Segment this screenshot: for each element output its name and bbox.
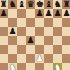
piece-black-bishop[interactable]: ♝ (44, 0, 53, 9)
square-e5[interactable] (35, 27, 44, 36)
square-e8[interactable]: ♚ (35, 0, 44, 9)
piece-black-pawn[interactable]: ♟ (53, 9, 62, 18)
square-b2[interactable] (8, 54, 17, 63)
piece-black-knight[interactable]: ♞ (53, 0, 62, 9)
square-g3[interactable] (53, 45, 62, 54)
piece-black-pawn[interactable]: ♟ (0, 9, 8, 18)
square-c2[interactable] (17, 54, 26, 63)
piece-black-rook[interactable]: ♜ (0, 0, 8, 9)
square-f5[interactable] (44, 27, 53, 36)
square-e6[interactable] (35, 18, 44, 27)
piece-white-knight[interactable]: ♞ (8, 63, 17, 70)
piece-black-pawn[interactable]: ♟ (44, 9, 53, 18)
square-a7[interactable]: ♟ (0, 9, 8, 18)
piece-black-pawn[interactable]: ♟ (8, 27, 17, 36)
square-a4[interactable] (0, 36, 8, 45)
piece-black-queen[interactable]: ♛ (26, 0, 35, 9)
square-d6[interactable] (26, 18, 35, 27)
square-f6[interactable] (44, 18, 53, 27)
square-a6[interactable] (0, 18, 8, 27)
square-h7[interactable]: ♟ (62, 9, 70, 18)
square-h5[interactable] (62, 27, 70, 36)
square-e4[interactable] (35, 36, 44, 45)
square-c8[interactable]: ♝ (17, 0, 26, 9)
piece-black-pawn[interactable]: ♟ (62, 9, 70, 18)
square-c3[interactable] (17, 45, 26, 54)
square-g8[interactable]: ♞ (53, 0, 62, 9)
square-b5[interactable]: ♟ (8, 27, 17, 36)
piece-black-king[interactable]: ♚ (35, 0, 44, 9)
square-h1[interactable] (62, 63, 70, 70)
square-g1[interactable]: ♞ (53, 63, 62, 70)
square-d1[interactable] (26, 63, 35, 70)
square-a8[interactable]: ♜ (0, 0, 8, 9)
square-c1[interactable] (17, 63, 26, 70)
square-h8[interactable]: ♜ (62, 0, 70, 9)
piece-white-pawn[interactable]: ♟ (35, 54, 44, 63)
square-d7[interactable] (26, 9, 35, 18)
square-b8[interactable]: ♞ (8, 0, 17, 9)
square-a2[interactable] (0, 54, 8, 63)
square-b4[interactable] (8, 36, 17, 45)
square-d2[interactable] (26, 54, 35, 63)
piece-white-knight[interactable]: ♞ (53, 63, 62, 70)
square-g7[interactable]: ♟ (53, 9, 62, 18)
square-g2[interactable] (53, 54, 62, 63)
square-b7[interactable] (8, 9, 17, 18)
square-f1[interactable] (44, 63, 53, 70)
square-g4[interactable] (53, 36, 62, 45)
square-f4[interactable] (44, 36, 53, 45)
piece-black-pawn[interactable]: ♟ (26, 36, 35, 45)
square-b1[interactable]: ♞ (8, 63, 17, 70)
square-e2[interactable]: ♟ (35, 54, 44, 63)
square-f8[interactable]: ♝ (44, 0, 53, 9)
chess-board-viewport: ♜♞♝♛♚♝♞♜♟♟♟♟♟♟♟♟♞♞ (0, 0, 70, 70)
square-c5[interactable] (17, 27, 26, 36)
square-e7[interactable]: ♟ (35, 9, 44, 18)
square-b6[interactable] (8, 18, 17, 27)
chess-board: ♜♞♝♛♚♝♞♜♟♟♟♟♟♟♟♟♞♞ (0, 0, 70, 70)
square-e1[interactable] (35, 63, 44, 70)
square-c4[interactable] (17, 36, 26, 45)
square-d5[interactable] (26, 27, 35, 36)
square-d4[interactable]: ♟ (26, 36, 35, 45)
square-c7[interactable] (17, 9, 26, 18)
square-f3[interactable] (44, 45, 53, 54)
piece-black-pawn[interactable]: ♟ (35, 9, 44, 18)
square-c6[interactable] (17, 18, 26, 27)
square-d3[interactable] (26, 45, 35, 54)
square-b3[interactable] (8, 45, 17, 54)
piece-black-rook[interactable]: ♜ (62, 0, 70, 9)
square-f2[interactable] (44, 54, 53, 63)
square-d8[interactable]: ♛ (26, 0, 35, 9)
square-g6[interactable] (53, 18, 62, 27)
square-a3[interactable] (0, 45, 8, 54)
square-e3[interactable] (35, 45, 44, 54)
square-g5[interactable] (53, 27, 62, 36)
piece-black-bishop[interactable]: ♝ (17, 0, 26, 9)
square-h3[interactable] (62, 45, 70, 54)
square-f7[interactable]: ♟ (44, 9, 53, 18)
square-h2[interactable] (62, 54, 70, 63)
square-h6[interactable] (62, 18, 70, 27)
square-a1[interactable] (0, 63, 8, 70)
square-a5[interactable] (0, 27, 8, 36)
square-h4[interactable] (62, 36, 70, 45)
piece-black-knight[interactable]: ♞ (8, 0, 17, 9)
